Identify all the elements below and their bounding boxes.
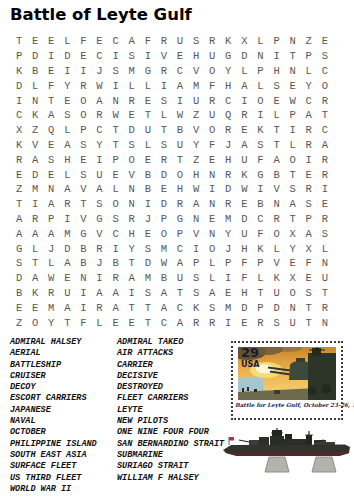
grid-cell: R [27,212,43,227]
grid-cell: E [75,49,91,64]
grid-cell: O [252,93,268,108]
grid-cell: X [301,241,317,256]
grid-cell: L [91,315,107,330]
grid-cell: H [59,152,75,167]
grid-cell: X [236,34,252,49]
grid-cell: E [220,286,236,301]
grid-cell: N [124,197,140,212]
grid-cell: T [140,300,156,315]
grid-cell: C [172,64,188,79]
grid-cell: U [236,226,252,241]
grid-cell: C [108,226,124,241]
grid-cell: U [172,271,188,286]
word-list-item: ONE NINE FOUR FOUR [117,427,224,438]
grid-cell: T [172,286,188,301]
grid-cell: N [204,197,220,212]
grid-cell: R [172,197,188,212]
grid-cell: M [43,300,59,315]
grid-cell: R [156,34,172,49]
grid-cell: V [269,182,285,197]
grid-cell: A [11,212,27,227]
grid-cell: R [204,315,220,330]
grid-cell: P [156,212,172,227]
grid-cell: F [301,256,317,271]
grid-cell: E [108,167,124,182]
grid-cell: B [140,182,156,197]
grid-cell: O [124,152,140,167]
grid-cell: E [236,315,252,330]
grid-cell: B [11,286,27,301]
grid-cell: V [91,226,107,241]
grid-cell: D [27,49,43,64]
grid-cell: L [252,34,268,49]
grid-cell: K [11,138,27,153]
grid-cell: R [252,315,268,330]
grid-cell: N [204,226,220,241]
grid-cell: H [124,226,140,241]
grid-cell: F [75,315,91,330]
grid-cell: B [75,241,91,256]
grid-cell: P [11,49,27,64]
grid-cell: I [188,241,204,256]
grid-cell: N [317,315,333,330]
grid-cell: C [156,315,172,330]
grid-cell: H [236,286,252,301]
grid-cell: H [188,167,204,182]
grid-cell: A [27,152,43,167]
grid-cell: Y [220,226,236,241]
grid-cell: S [75,138,91,153]
grid-cell: R [204,93,220,108]
grid-cell: M [156,241,172,256]
grid-cell: O [317,78,333,93]
grid-cell: I [317,182,333,197]
grid-cell: L [269,108,285,123]
grid-cell: A [285,197,301,212]
grid-cell: R [124,93,140,108]
word-list-item: DESTROYED [117,382,224,393]
grid-cell: R [91,108,107,123]
grid-cell: I [301,152,317,167]
grid-cell: A [43,197,59,212]
grid-cell: P [252,64,268,79]
grid-cell: A [204,286,220,301]
grid-cell: V [75,212,91,227]
grid-cell: G [220,49,236,64]
grid-cell: H [236,241,252,256]
grid-cell: Q [43,123,59,138]
grid-cell: L [140,138,156,153]
grid-cell: G [172,212,188,227]
grid-cell: S [317,49,333,64]
grid-cell: R [156,64,172,79]
grid-cell: M [220,300,236,315]
grid-cell: S [285,182,301,197]
grid-cell: R [91,300,107,315]
grid-cell: C [11,108,27,123]
grid-cell: J [91,256,107,271]
grid-cell: I [140,197,156,212]
grid-cell: R [220,167,236,182]
grid-cell: R [301,123,317,138]
grid-cell: Z [188,108,204,123]
grid-cell: R [91,241,107,256]
grid-cell: I [124,286,140,301]
grid-cell: S [11,256,27,271]
grid-cell: D [236,212,252,227]
grid-cell: B [252,197,268,212]
grid-cell: D [11,271,27,286]
grid-cell: S [301,286,317,301]
grid-cell: M [140,271,156,286]
grid-cell: N [317,256,333,271]
grid-cell: V [156,49,172,64]
grid-cell: I [59,64,75,79]
grid-cell: K [269,271,285,286]
grid-cell: T [269,138,285,153]
grid-cell: E [59,271,75,286]
grid-cell: E [172,49,188,64]
grid-cell: A [59,182,75,197]
grid-cell: D [124,123,140,138]
grid-cell: I [43,49,59,64]
grid-cell: E [156,182,172,197]
grid-cell: J [140,212,156,227]
grid-cell: T [269,123,285,138]
word-list-item: SAN BERNARDINO STRAIT [117,439,224,450]
word-list-item: FLEET CARRIERS [117,393,224,404]
grid-cell: E [140,93,156,108]
grid-cell: Z [301,34,317,49]
grid-cell: A [27,226,43,241]
grid-cell: W [91,78,107,93]
grid-cell: R [156,152,172,167]
grid-cell: E [27,300,43,315]
grid-cell: I [252,108,268,123]
grid-cell: E [317,34,333,49]
grid-cell: T [43,93,59,108]
grid-cell: I [75,64,91,79]
flag-icon [229,437,234,441]
grid-cell: V [188,226,204,241]
grid-cell: K [27,108,43,123]
word-list-item: SOUTH EAST ASIA [10,450,97,461]
grid-cell: Y [43,315,59,330]
grid-cell: L [301,64,317,79]
grid-cell: S [317,226,333,241]
grid-cell: E [204,152,220,167]
grid-cell: K [220,34,236,49]
grid-cell: V [188,123,204,138]
grid-cell: E [124,315,140,330]
grid-cell: R [59,197,75,212]
grid-cell: Z [11,182,27,197]
grid-cell: C [172,241,188,256]
grid-cell: S [43,152,59,167]
grid-cell: Q [220,108,236,123]
grid-cell: L [27,78,43,93]
grid-cell: Y [124,241,140,256]
word-list-item: ADMIRAL TAKEO [117,337,224,348]
grid-cell: A [172,78,188,93]
grid-cell: F [252,152,268,167]
grid-cell: M [124,64,140,79]
grid-cell: T [11,197,27,212]
grid-cell: E [236,123,252,138]
grid-cell: C [301,93,317,108]
grid-cell: S [204,300,220,315]
grid-cell: R [269,212,285,227]
grid-cell: A [43,108,59,123]
grid-cell: S [140,241,156,256]
grid-cell: D [269,300,285,315]
grid-cell: N [285,64,301,79]
grid-cell: C [172,300,188,315]
word-list-column-2: ADMIRAL TAKEOAIR ATTACKSCARRIERDECISIVED… [117,337,224,484]
word-list-item: BATTLESHIP [10,360,97,371]
grid-cell: N [204,167,220,182]
grid-cell: F [204,78,220,93]
grid-cell: W [43,271,59,286]
grid-cell: S [156,138,172,153]
grid-cell: N [43,182,59,197]
grid-cell: C [252,212,268,227]
grid-cell: L [27,241,43,256]
grid-cell: U [204,108,220,123]
grid-cell: O [27,315,43,330]
grid-cell: L [236,64,252,79]
grid-cell: R [43,286,59,301]
grid-cell: G [252,167,268,182]
grid-cell: T [285,49,301,64]
grid-cell: A [91,93,107,108]
grid-cell: R [220,197,236,212]
grid-cell: H [220,152,236,167]
grid-cell: E [108,315,124,330]
grid-cell: U [204,49,220,64]
word-list-item: JAPANESE [10,405,97,416]
grid-cell: A [301,108,317,123]
grid-cell: O [204,241,220,256]
grid-cell: E [285,78,301,93]
grid-cell: I [140,49,156,64]
grid-cell: S [108,212,124,227]
grid-cell: O [156,226,172,241]
grid-cell: A [108,300,124,315]
grid-cell: L [140,78,156,93]
grid-cell: T [124,256,140,271]
grid-cell: Z [27,123,43,138]
battleship-model-image [219,427,354,475]
grid-cell: V [75,182,91,197]
grid-cell: Y [301,78,317,93]
grid-cell: E [43,64,59,79]
grid-cell: A [59,256,75,271]
grid-cell: A [91,286,107,301]
grid-cell: N [188,212,204,227]
grid-cell: I [220,315,236,330]
grid-cell: W [156,256,172,271]
grid-cell: E [269,93,285,108]
grid-cell: E [43,34,59,49]
grid-cell: U [91,167,107,182]
grid-cell: A [124,271,140,286]
grid-cell: N [27,93,43,108]
word-list-item: ESCORT CARRIERS [10,393,97,404]
grid-cell: K [27,286,43,301]
grid-cell: L [43,256,59,271]
grid-cell: T [317,286,333,301]
grid-cell: R [317,167,333,182]
grid-cell: F [236,256,252,271]
grid-cell: S [188,271,204,286]
grid-cell: E [59,93,75,108]
grid-cell: U [236,152,252,167]
grid-cell: L [252,78,268,93]
grid-cell: A [156,300,172,315]
grid-cell: I [108,78,124,93]
grid-cell: H [269,64,285,79]
grid-cell: A [27,271,43,286]
grid-cell: L [317,241,333,256]
grid-cell: Z [188,152,204,167]
grid-cell: W [285,93,301,108]
grid-cell: P [252,300,268,315]
grid-cell: G [140,64,156,79]
grid-cell: D [220,182,236,197]
grid-cell: G [75,226,91,241]
grid-cell: M [59,226,75,241]
grid-cell: D [59,49,75,64]
grid-cell: C [91,123,107,138]
grid-cell: W [188,182,204,197]
word-list-item: NAVAL [10,416,97,427]
grid-cell: O [269,226,285,241]
grid-cell: P [172,226,188,241]
word-list-item: SURIAGO STRAIT [117,461,224,472]
grid-cell: J [220,138,236,153]
grid-cell: P [43,212,59,227]
grid-cell: P [269,34,285,49]
grid-cell: A [317,138,333,153]
grid-cell: M [188,78,204,93]
grid-cell: O [204,64,220,79]
grid-cell: A [236,138,252,153]
word-search-grid: TEELFECAFRUSRKXLPNZEPDIDECISIVEHUGDNITPS… [11,34,333,330]
grid-cell: E [43,167,59,182]
worksheet-page: Battle of Leyte Gulf TEELFECAFRUSRKXLPNZ… [0,0,354,500]
grid-cell: L [204,256,220,271]
grid-cell: N [124,182,140,197]
grid-cell: C [91,49,107,64]
grid-cell: E [124,108,140,123]
grid-cell: C [317,64,333,79]
grid-cell: T [317,108,333,123]
grid-cell: D [140,256,156,271]
grid-cell: F [204,138,220,153]
grid-cell: X [11,123,27,138]
word-list-item: DECOY [10,382,97,393]
grid-cell: P [285,108,301,123]
grid-cell: I [172,93,188,108]
grid-cell: A [124,34,140,49]
grid-cell: S [188,34,204,49]
grid-cell: B [156,271,172,286]
grid-cell: K [236,167,252,182]
grid-cell: H [188,49,204,64]
grid-cell: A [172,256,188,271]
word-list-item: PHILIPPINE ISLAND [10,439,97,450]
grid-cell: K [252,241,268,256]
grid-cell: W [108,108,124,123]
grid-cell: B [269,167,285,182]
grid-cell: P [252,256,268,271]
word-list-item: SUBMARINE [117,450,224,461]
grid-cell: E [301,271,317,286]
grid-cell: H [220,78,236,93]
grid-cell: F [75,34,91,49]
grid-cell: P [108,152,124,167]
grid-cell: B [75,256,91,271]
grid-cell: C [220,93,236,108]
grid-cell: A [269,152,285,167]
grid-cell: S [124,49,140,64]
grid-cell: I [285,123,301,138]
grid-cell: F [252,226,268,241]
grid-cell: S [269,315,285,330]
stamp-country: USA [241,360,259,369]
grid-cell: E [140,152,156,167]
grid-cell: E [43,138,59,153]
grid-cell: T [11,34,27,49]
grid-cell: R [301,182,317,197]
grid-cell: I [252,182,268,197]
grid-cell: D [236,49,252,64]
grid-cell: A [59,300,75,315]
grid-cell: R [124,212,140,227]
grid-cell: C [108,34,124,49]
grid-cell: S [108,64,124,79]
grid-cell: T [140,108,156,123]
grid-cell: K [252,123,268,138]
grid-cell: U [172,138,188,153]
word-list-item: CARRIER [117,360,224,371]
grid-cell: O [285,152,301,167]
grid-cell: I [27,197,43,212]
grid-cell: B [108,256,124,271]
grid-cell: G [91,212,107,227]
grid-cell: T [108,123,124,138]
word-list-item: LEYTE [117,405,224,416]
grid-cell: D [59,241,75,256]
grid-cell: I [269,49,285,64]
grid-cell: R [220,123,236,138]
grid-cell: R [188,315,204,330]
word-list-item: AIR ATTACKS [117,348,224,359]
grid-cell: J [220,241,236,256]
grid-cell: X [285,226,301,241]
grid-cell: I [59,212,75,227]
grid-cell: B [140,167,156,182]
grid-cell: A [11,226,27,241]
grid-cell: T [75,197,91,212]
grid-cell: T [252,286,268,301]
grid-cell: T [108,138,124,153]
grid-cell: E [317,197,333,212]
grid-cell: M [220,212,236,227]
grid-cell: E [11,167,27,182]
grid-cell: R [317,300,333,315]
